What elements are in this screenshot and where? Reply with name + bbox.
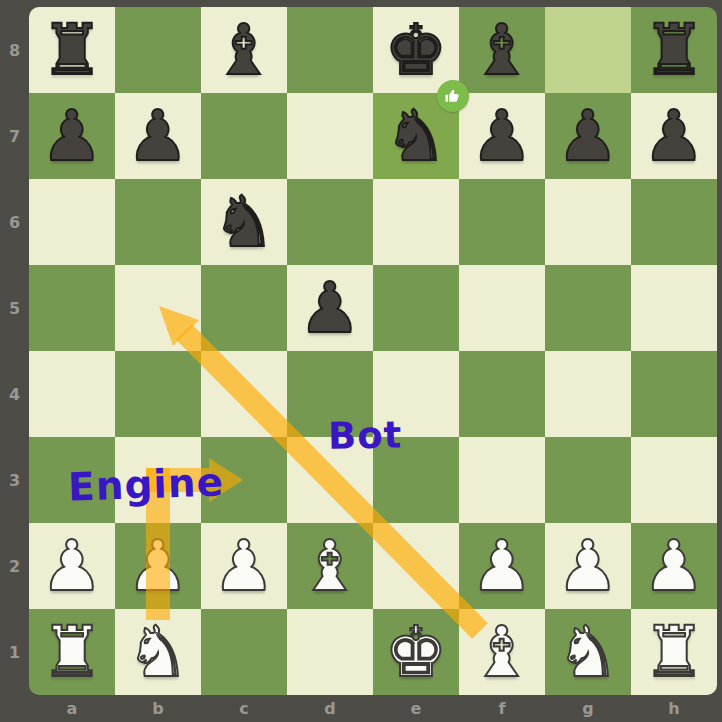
rank-label-8: 8: [0, 7, 29, 93]
square-d7[interactable]: [287, 93, 373, 179]
square-a4[interactable]: [29, 351, 115, 437]
square-a5[interactable]: [29, 265, 115, 351]
square-f7[interactable]: ♟: [459, 93, 545, 179]
piece-white-knight[interactable]: ♞: [545, 609, 631, 695]
square-h1[interactable]: ♜: [631, 609, 717, 695]
square-e8[interactable]: ♚: [373, 7, 459, 93]
thumbs-up-icon: [444, 87, 462, 105]
square-h6[interactable]: [631, 179, 717, 265]
file-label-g: g: [545, 695, 631, 722]
square-a1[interactable]: ♜: [29, 609, 115, 695]
square-c5[interactable]: [201, 265, 287, 351]
square-f5[interactable]: [459, 265, 545, 351]
square-a7[interactable]: ♟: [29, 93, 115, 179]
rank-label-1: 1: [0, 609, 29, 695]
square-b6[interactable]: [115, 179, 201, 265]
piece-black-pawn[interactable]: ♟: [631, 93, 717, 179]
square-e2[interactable]: [373, 523, 459, 609]
square-b5[interactable]: [115, 265, 201, 351]
square-g8[interactable]: [545, 7, 631, 93]
file-label-h: h: [631, 695, 717, 722]
piece-black-pawn[interactable]: ♟: [459, 93, 545, 179]
piece-black-rook[interactable]: ♜: [631, 7, 717, 93]
rank-label-6: 6: [0, 179, 29, 265]
square-b1[interactable]: ♞: [115, 609, 201, 695]
square-d8[interactable]: [287, 7, 373, 93]
piece-white-pawn[interactable]: ♟: [459, 523, 545, 609]
square-b8[interactable]: [115, 7, 201, 93]
piece-white-king[interactable]: ♚: [373, 609, 459, 695]
piece-black-pawn[interactable]: ♟: [115, 93, 201, 179]
piece-white-bishop[interactable]: ♝: [459, 609, 545, 695]
square-c4[interactable]: [201, 351, 287, 437]
piece-black-pawn[interactable]: ♟: [29, 93, 115, 179]
piece-black-pawn[interactable]: ♟: [287, 265, 373, 351]
file-label-b: b: [115, 695, 201, 722]
file-label-a: a: [29, 695, 115, 722]
square-a2[interactable]: ♟: [29, 523, 115, 609]
rank-label-7: 7: [0, 93, 29, 179]
square-d1[interactable]: [287, 609, 373, 695]
square-g4[interactable]: [545, 351, 631, 437]
file-label-c: c: [201, 695, 287, 722]
square-c6[interactable]: ♞: [201, 179, 287, 265]
square-f3[interactable]: [459, 437, 545, 523]
square-g2[interactable]: ♟: [545, 523, 631, 609]
piece-white-pawn[interactable]: ♟: [545, 523, 631, 609]
rank-label-5: 5: [0, 265, 29, 351]
square-c7[interactable]: [201, 93, 287, 179]
piece-white-bishop[interactable]: ♝: [287, 523, 373, 609]
square-h8[interactable]: ♜: [631, 7, 717, 93]
square-b7[interactable]: ♟: [115, 93, 201, 179]
square-d6[interactable]: [287, 179, 373, 265]
piece-white-pawn[interactable]: ♟: [115, 523, 201, 609]
square-e6[interactable]: [373, 179, 459, 265]
square-g1[interactable]: ♞: [545, 609, 631, 695]
square-e5[interactable]: [373, 265, 459, 351]
rank-label-2: 2: [0, 523, 29, 609]
square-g5[interactable]: [545, 265, 631, 351]
piece-white-rook[interactable]: ♜: [631, 609, 717, 695]
file-label-d: d: [287, 695, 373, 722]
piece-white-pawn[interactable]: ♟: [29, 523, 115, 609]
square-h4[interactable]: [631, 351, 717, 437]
square-g6[interactable]: [545, 179, 631, 265]
square-h2[interactable]: ♟: [631, 523, 717, 609]
chess-board-app: ♜♝♚♝♜♟♟♞♟♟♟♞♟♟♟♟♝♟♟♟♜♞♚♝♞♜ 87654321 abcd…: [0, 0, 722, 722]
square-e4[interactable]: [373, 351, 459, 437]
square-d5[interactable]: ♟: [287, 265, 373, 351]
piece-white-knight[interactable]: ♞: [115, 609, 201, 695]
piece-black-bishop[interactable]: ♝: [201, 7, 287, 93]
square-h7[interactable]: ♟: [631, 93, 717, 179]
square-f6[interactable]: [459, 179, 545, 265]
square-b3[interactable]: [115, 437, 201, 523]
square-a6[interactable]: [29, 179, 115, 265]
square-a8[interactable]: ♜: [29, 7, 115, 93]
piece-black-pawn[interactable]: ♟: [545, 93, 631, 179]
rank-label-4: 4: [0, 351, 29, 437]
square-d4[interactable]: [287, 351, 373, 437]
square-c2[interactable]: ♟: [201, 523, 287, 609]
square-b4[interactable]: [115, 351, 201, 437]
square-h3[interactable]: [631, 437, 717, 523]
chess-board: ♜♝♚♝♜♟♟♞♟♟♟♞♟♟♟♟♝♟♟♟♜♞♚♝♞♜: [29, 7, 717, 695]
square-f8[interactable]: ♝: [459, 7, 545, 93]
square-f1[interactable]: ♝: [459, 609, 545, 695]
piece-black-knight[interactable]: ♞: [201, 179, 287, 265]
piece-black-bishop[interactable]: ♝: [459, 7, 545, 93]
square-d2[interactable]: ♝: [287, 523, 373, 609]
square-c1[interactable]: [201, 609, 287, 695]
square-d3[interactable]: [287, 437, 373, 523]
square-b2[interactable]: ♟: [115, 523, 201, 609]
good-move-badge: [437, 80, 469, 112]
file-label-f: f: [459, 695, 545, 722]
square-h5[interactable]: [631, 265, 717, 351]
piece-white-pawn[interactable]: ♟: [201, 523, 287, 609]
square-e3[interactable]: [373, 437, 459, 523]
square-f2[interactable]: ♟: [459, 523, 545, 609]
square-c8[interactable]: ♝: [201, 7, 287, 93]
rank-label-3: 3: [0, 437, 29, 523]
square-a3[interactable]: [29, 437, 115, 523]
square-c3[interactable]: [201, 437, 287, 523]
square-g7[interactable]: ♟: [545, 93, 631, 179]
file-label-e: e: [373, 695, 459, 722]
piece-white-rook[interactable]: ♜: [29, 609, 115, 695]
square-e1[interactable]: ♚: [373, 609, 459, 695]
piece-black-king[interactable]: ♚: [373, 7, 459, 93]
piece-white-pawn[interactable]: ♟: [631, 523, 717, 609]
square-g3[interactable]: [545, 437, 631, 523]
piece-black-rook[interactable]: ♜: [29, 7, 115, 93]
square-f4[interactable]: [459, 351, 545, 437]
